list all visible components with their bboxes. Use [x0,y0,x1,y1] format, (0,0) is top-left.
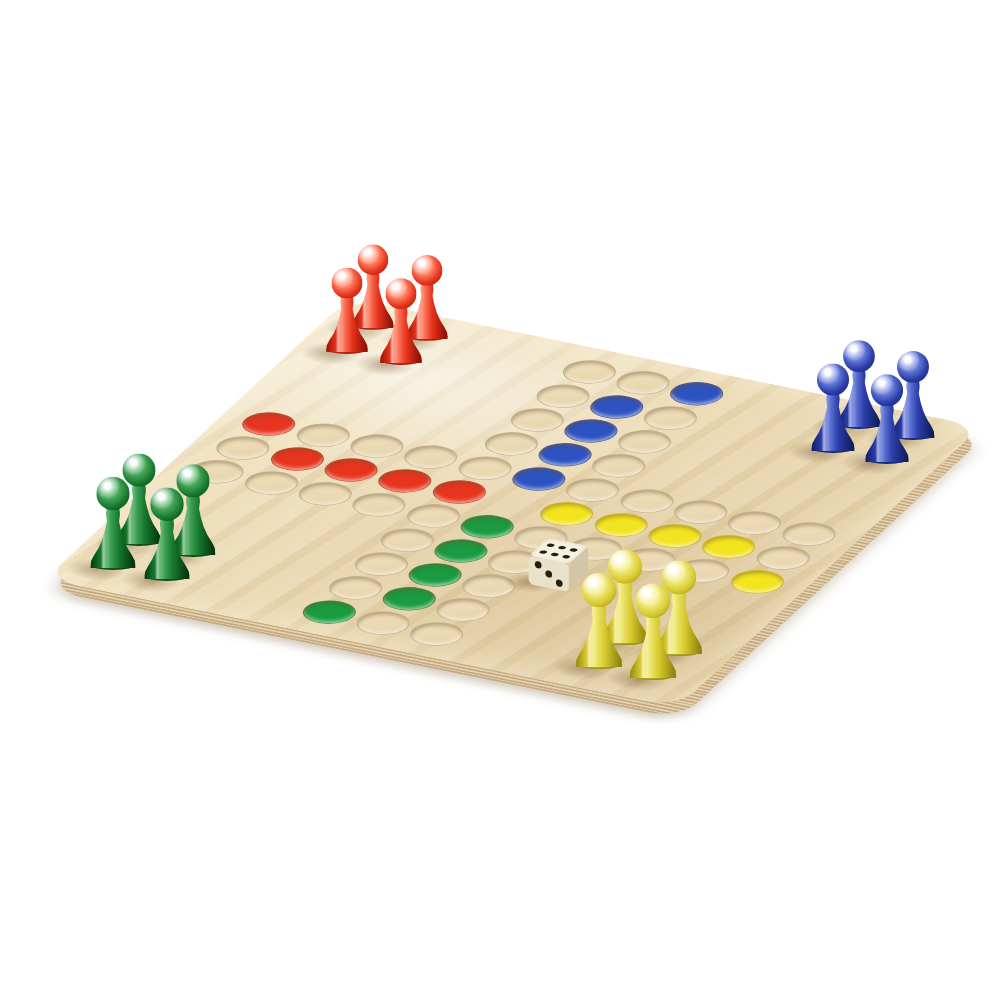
die-pip [550,553,560,557]
pawn-body [629,613,677,678]
pawn-head [871,374,903,406]
pawn-head [817,363,849,395]
pawn-body [864,401,909,462]
die-pip [535,561,542,569]
pawn-head [582,573,617,608]
pawn-yellow-4[interactable] [629,583,677,678]
die-pip [538,550,548,554]
pawn-body [379,305,422,363]
pawn-body [90,505,137,568]
pawn-head [331,268,362,299]
pawn-head [150,487,184,521]
die-pip [569,548,579,552]
pawn-head [96,477,129,510]
product-photo-scene [0,0,1000,1000]
pawn-green-3[interactable] [90,477,137,568]
pawn-red-3[interactable] [325,268,368,352]
pawn-body [325,294,368,352]
pawn-head [636,583,671,618]
pawn-body [144,516,191,579]
die-pip [557,545,567,549]
die-pip [545,570,552,578]
pawn-head [385,278,416,309]
pawn-blue-4[interactable] [864,374,909,462]
pawn-blue-3[interactable] [811,363,856,450]
pawn-body [575,602,623,667]
pawn-yellow-3[interactable] [575,573,623,667]
die-pip [546,543,556,547]
pawn-body [811,391,856,451]
die-pip [561,555,571,559]
pawn-green-4[interactable] [144,487,191,579]
die-pip [556,579,563,587]
pawn-red-4[interactable] [379,278,422,363]
